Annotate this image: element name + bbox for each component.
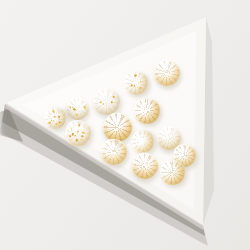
gold-fleck bbox=[52, 110, 55, 113]
gold-fleck bbox=[48, 121, 51, 124]
gold-fleck bbox=[84, 127, 86, 129]
gold-fleck bbox=[133, 85, 135, 87]
gold-fleck bbox=[75, 114, 77, 116]
glass-bead bbox=[128, 149, 162, 183]
gold-fleck bbox=[48, 112, 51, 115]
gold-fleck bbox=[58, 118, 60, 120]
gold-fleck bbox=[72, 133, 74, 135]
gold-fleck bbox=[139, 87, 142, 90]
gold-fleck bbox=[75, 135, 77, 137]
gold-fleck bbox=[58, 111, 60, 113]
glass-bead bbox=[91, 86, 120, 115]
beads-layer bbox=[0, 0, 250, 250]
gold-fleck bbox=[53, 120, 55, 122]
glass-bead bbox=[132, 96, 162, 126]
glass-bead bbox=[99, 137, 128, 166]
gold-fleck bbox=[58, 116, 60, 118]
gold-fleck bbox=[55, 123, 57, 125]
glass-bead bbox=[121, 68, 150, 97]
gold-fleck bbox=[99, 101, 102, 104]
gold-fleck bbox=[69, 135, 71, 137]
gold-fleck bbox=[71, 128, 73, 130]
bead-tray-photo bbox=[0, 0, 250, 250]
glass-bead bbox=[65, 120, 91, 146]
gold-fleck bbox=[102, 103, 104, 105]
gold-fleck bbox=[134, 74, 137, 77]
gold-fleck bbox=[131, 84, 133, 86]
glass-bead bbox=[152, 58, 182, 88]
gold-fleck bbox=[77, 130, 79, 132]
gold-fleck bbox=[140, 81, 142, 83]
gold-fleck bbox=[83, 105, 86, 108]
gold-fleck bbox=[82, 132, 84, 134]
gold-fleck bbox=[112, 95, 114, 97]
gold-fleck bbox=[79, 124, 81, 126]
gold-fleck bbox=[69, 106, 71, 108]
gold-fleck bbox=[80, 139, 82, 141]
gold-fleck bbox=[81, 135, 83, 137]
gold-fleck bbox=[108, 107, 110, 109]
gold-fleck bbox=[54, 116, 56, 118]
gold-fleck bbox=[110, 100, 113, 103]
gold-fleck bbox=[48, 116, 50, 118]
gold-fleck bbox=[58, 121, 61, 124]
gold-fleck bbox=[71, 106, 73, 108]
gold-fleck bbox=[73, 126, 75, 128]
gold-fleck bbox=[76, 139, 78, 141]
